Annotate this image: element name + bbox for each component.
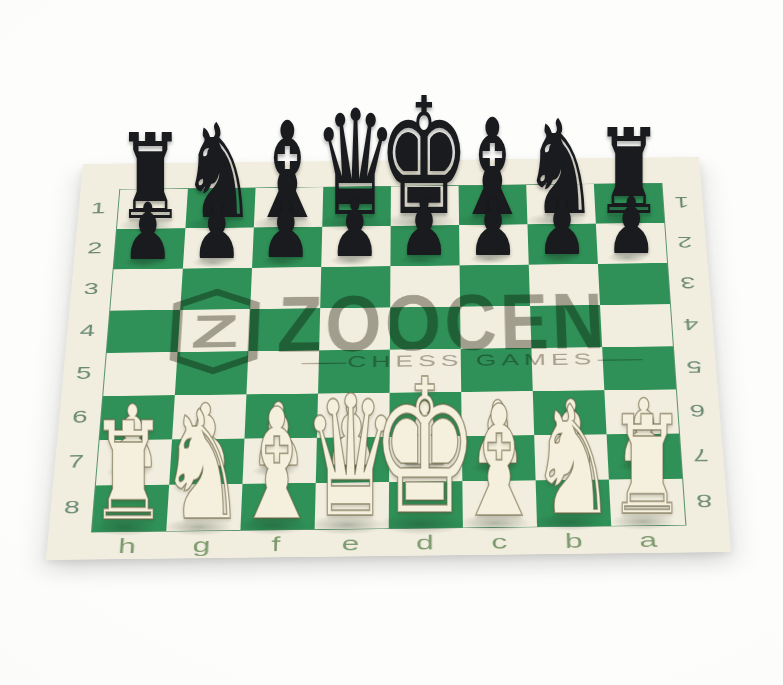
coordinate-labels: 1234567812345678hgfedcba [83, 157, 699, 164]
file-label-e: e [313, 533, 388, 554]
square-c2 [459, 224, 529, 265]
logo-right-dash: — [597, 349, 643, 369]
square-a7 [607, 434, 683, 480]
file-label-a: a [610, 530, 686, 551]
file-label-g: g [164, 535, 240, 556]
rank-label-right-7: 7 [680, 446, 723, 464]
chess-set-photo: 1234567812345678hgfedcba Z ZOOCEN — CHES… [0, 0, 783, 685]
rank-label-right-1: 1 [662, 194, 702, 210]
svg-text:Z: Z [190, 305, 240, 358]
rank-label-left-6: 6 [59, 409, 102, 427]
logo-text-block: ZOOCEN — CHESS GAMES — [276, 283, 683, 373]
square-a6 [604, 389, 679, 434]
rank-label-left-4: 4 [67, 323, 109, 340]
square-g2 [183, 227, 254, 268]
square-b2 [527, 224, 597, 265]
square-c8 [462, 480, 537, 527]
rank-label-left-2: 2 [74, 240, 115, 256]
square-h6 [100, 395, 175, 440]
logo-left-dash: — [301, 353, 346, 373]
square-e2 [321, 226, 390, 267]
square-d6 [389, 392, 461, 437]
square-d1 [391, 186, 459, 226]
square-h2 [114, 228, 186, 269]
square-d7 [389, 436, 462, 482]
logo-brand-text: ZOOCEN [276, 284, 609, 362]
file-label-f: f [238, 534, 313, 555]
hexagon-z-icon: Z [168, 288, 261, 375]
rank-label-right-8: 8 [683, 491, 726, 509]
file-label-h: h [89, 536, 165, 557]
square-f1 [254, 187, 323, 227]
rank-label-right-6: 6 [677, 401, 719, 418]
rank-label-left-1: 1 [78, 201, 118, 217]
square-a8 [609, 479, 685, 526]
square-h5 [103, 352, 177, 396]
square-c7 [462, 435, 536, 481]
square-g1 [185, 188, 255, 228]
file-label-b: b [536, 530, 611, 551]
square-f7 [242, 438, 316, 484]
square-d2 [390, 225, 459, 266]
square-b1 [526, 184, 596, 224]
square-f2 [252, 227, 322, 268]
rank-label-left-5: 5 [63, 365, 105, 382]
board-logo: Z ZOOCEN — CHESS GAMES — [168, 284, 646, 375]
square-e8 [315, 482, 389, 529]
square-a2 [596, 223, 667, 264]
square-d8 [389, 481, 463, 528]
square-h7 [96, 439, 172, 485]
square-b7 [534, 434, 609, 480]
rank-label-left-7: 7 [54, 453, 97, 471]
square-b6 [533, 390, 607, 435]
file-label-c: c [462, 531, 537, 552]
rank-label-left-3: 3 [71, 281, 112, 297]
rank-label-left-8: 8 [50, 499, 94, 517]
square-g8 [166, 484, 242, 531]
file-label-d: d [388, 532, 463, 553]
square-e7 [316, 437, 390, 483]
square-h1 [117, 189, 188, 229]
square-c6 [461, 391, 534, 436]
square-f6 [244, 394, 318, 439]
square-g6 [172, 394, 246, 439]
square-b8 [536, 480, 612, 527]
square-c1 [459, 185, 528, 225]
square-e6 [317, 393, 390, 438]
square-f8 [240, 483, 315, 530]
rank-label-right-2: 2 [665, 234, 705, 250]
square-h8 [92, 485, 169, 532]
square-e1 [322, 186, 391, 226]
square-a1 [594, 183, 664, 223]
vinyl-chess-mat: 1234567812345678hgfedcba Z ZOOCEN — CHES… [46, 157, 731, 560]
square-g7 [169, 439, 244, 485]
